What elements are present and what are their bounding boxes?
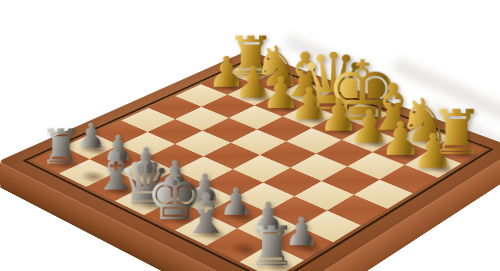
photo-stage: ♜♞♝♛♚♝♞♜♟♟♟♟♟♟♟♟♟♟♟♟♟♟♟♟♜♞♝♛♚♝♞♜: [0, 0, 500, 271]
square-h1: ♜: [240, 244, 305, 271]
silver-rook-h1: ♜: [247, 218, 296, 271]
rook-glyph: ♜: [247, 218, 296, 271]
square-h7: ♟: [405, 151, 462, 178]
